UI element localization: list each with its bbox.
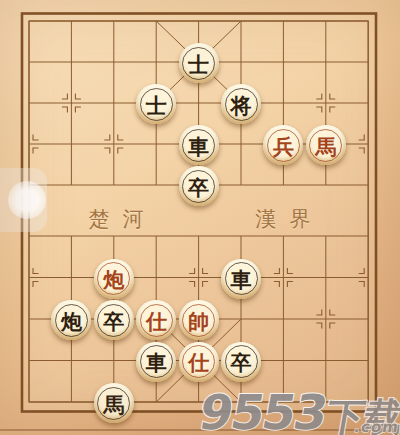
site-watermark: 9553 下载 .com: [197, 392, 400, 433]
piece-glyph: 将: [231, 95, 252, 116]
piece-glyph: 帥: [188, 311, 209, 332]
watermark-cn: 下载 .com: [324, 401, 400, 433]
piece-glyph: 卒: [103, 311, 124, 332]
piece-glyph: 炮: [103, 269, 124, 290]
piece-black-general[interactable]: 将: [221, 84, 261, 124]
piece-glyph: 兵: [273, 136, 294, 157]
piece-glyph: 仕: [188, 352, 209, 373]
piece-black-soldier-1[interactable]: 卒: [179, 166, 219, 206]
piece-red-cannon[interactable]: 炮: [94, 259, 134, 299]
piece-glyph: 車: [146, 352, 167, 373]
piece-glyph: 車: [231, 269, 252, 290]
piece-black-advisor-2[interactable]: 士: [136, 84, 176, 124]
piece-glyph: 炮: [61, 311, 82, 332]
watermark-number: 9553: [197, 392, 330, 433]
piece-red-general[interactable]: 帥: [179, 300, 219, 340]
piece-black-cannon[interactable]: 炮: [51, 300, 91, 340]
piece-red-advisor-1[interactable]: 仕: [136, 300, 176, 340]
piece-black-advisor-1[interactable]: 士: [179, 43, 219, 83]
piece-glyph: 卒: [188, 177, 209, 198]
piece-glyph: 士: [146, 95, 167, 116]
piece-red-advisor-2[interactable]: 仕: [179, 342, 219, 382]
watermark-com: .com: [354, 421, 400, 434]
piece-black-chariot-2[interactable]: 車: [221, 259, 261, 299]
piece-glyph: 仕: [146, 311, 167, 332]
piece-glyph: 車: [188, 136, 209, 157]
piece-glyph: 馬: [103, 394, 124, 415]
piece-glyph: 士: [188, 54, 209, 75]
overlay-circle-icon: [8, 181, 46, 219]
piece-black-chariot-3[interactable]: 車: [136, 342, 176, 382]
screen-overlay-bubble: [0, 168, 47, 232]
pieces-layer: 士士将車兵馬卒炮車炮卒仕帥車仕卒馬: [0, 0, 400, 435]
xiangqi-game-screenshot: 楚河 漢界 士士将車兵馬卒炮車炮卒仕帥車仕卒馬 9553 下载 .com: [0, 0, 400, 435]
piece-glyph: 馬: [315, 136, 336, 157]
piece-black-chariot-1[interactable]: 車: [179, 125, 219, 165]
piece-black-soldier-2[interactable]: 卒: [94, 300, 134, 340]
piece-red-horse[interactable]: 馬: [306, 125, 346, 165]
piece-red-soldier[interactable]: 兵: [263, 125, 303, 165]
piece-black-horse[interactable]: 馬: [94, 383, 134, 423]
piece-black-soldier-3[interactable]: 卒: [221, 342, 261, 382]
piece-glyph: 卒: [231, 352, 252, 373]
